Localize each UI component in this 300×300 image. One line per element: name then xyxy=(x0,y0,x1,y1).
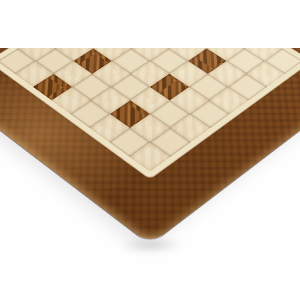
board-grid xyxy=(0,48,300,172)
board-photo xyxy=(0,48,300,300)
chess-board xyxy=(0,48,300,244)
background xyxy=(0,0,300,300)
